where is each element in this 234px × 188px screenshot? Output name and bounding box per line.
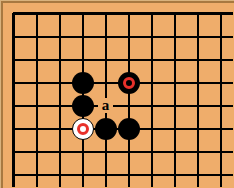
intersection	[209, 25, 232, 48]
white-stone	[72, 118, 94, 140]
intersection	[2, 140, 25, 163]
intersection	[94, 140, 117, 163]
black-stone	[118, 118, 140, 140]
intersection	[117, 25, 140, 48]
circle-marker-icon	[123, 77, 135, 89]
intersection	[25, 94, 48, 117]
intersection	[94, 163, 117, 186]
intersection	[48, 25, 71, 48]
intersection	[2, 117, 25, 140]
intersection	[209, 71, 232, 94]
intersection	[71, 48, 94, 71]
intersection	[71, 163, 94, 186]
intersection	[209, 94, 232, 117]
intersection	[25, 140, 48, 163]
intersection	[48, 117, 71, 140]
intersection	[140, 94, 163, 117]
intersection	[2, 163, 25, 186]
intersection	[186, 94, 209, 117]
intersection	[117, 140, 140, 163]
go-board: a	[0, 0, 234, 188]
intersection	[94, 2, 117, 25]
intersection	[140, 140, 163, 163]
intersection	[140, 71, 163, 94]
intersection	[163, 117, 186, 140]
intersection	[94, 71, 117, 94]
intersection	[48, 2, 71, 25]
intersection	[94, 25, 117, 48]
intersection	[71, 2, 94, 25]
intersection	[209, 2, 232, 25]
black-stone	[72, 72, 94, 94]
intersection	[163, 25, 186, 48]
point-label: a	[98, 98, 113, 113]
intersection	[140, 2, 163, 25]
intersection	[186, 71, 209, 94]
circle-marker-icon	[77, 123, 89, 135]
intersection	[140, 163, 163, 186]
intersection	[48, 163, 71, 186]
intersection	[186, 25, 209, 48]
intersection	[186, 140, 209, 163]
intersection	[163, 71, 186, 94]
black-stone	[118, 72, 140, 94]
intersection	[163, 2, 186, 25]
intersection	[25, 48, 48, 71]
intersection	[186, 163, 209, 186]
intersection	[209, 117, 232, 140]
intersection	[2, 48, 25, 71]
intersection	[48, 94, 71, 117]
intersection	[25, 71, 48, 94]
intersection	[48, 48, 71, 71]
intersection	[48, 71, 71, 94]
intersection	[48, 140, 71, 163]
intersection	[117, 163, 140, 186]
intersection	[117, 2, 140, 25]
intersection	[209, 163, 232, 186]
intersection	[140, 117, 163, 140]
intersection	[71, 25, 94, 48]
intersection	[94, 48, 117, 71]
intersection	[186, 48, 209, 71]
intersection	[2, 71, 25, 94]
black-stone	[72, 95, 94, 117]
intersection	[25, 2, 48, 25]
intersection	[186, 117, 209, 140]
black-stone	[95, 118, 117, 140]
intersection	[25, 117, 48, 140]
intersection	[163, 48, 186, 71]
intersection	[163, 140, 186, 163]
intersection	[25, 25, 48, 48]
intersection	[140, 25, 163, 48]
intersection	[2, 94, 25, 117]
intersection	[2, 2, 25, 25]
intersection	[163, 163, 186, 186]
intersection	[140, 48, 163, 71]
intersection	[25, 163, 48, 186]
intersection	[186, 2, 209, 25]
intersection	[209, 140, 232, 163]
intersection	[209, 48, 232, 71]
board-grid: a	[2, 2, 232, 186]
intersection	[71, 140, 94, 163]
intersection	[2, 25, 25, 48]
intersection	[117, 94, 140, 117]
intersection	[117, 48, 140, 71]
intersection	[163, 94, 186, 117]
